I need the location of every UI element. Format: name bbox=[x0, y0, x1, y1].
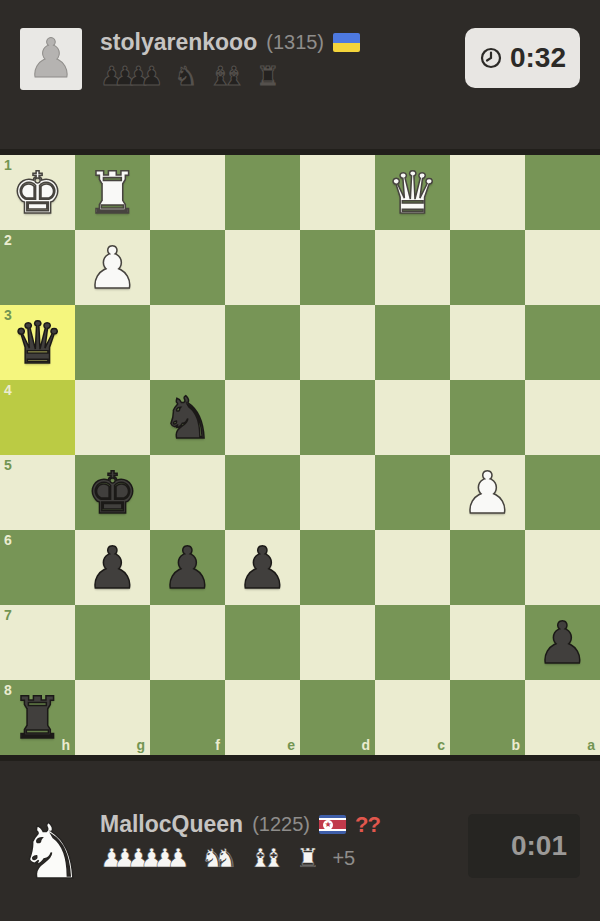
material-advantage: +5 bbox=[332, 847, 355, 870]
square-d5[interactable] bbox=[300, 455, 375, 530]
ukraine-flag-icon bbox=[333, 33, 360, 52]
top-player-captured-pieces: ♟♟♟♟♞♝♝♜ bbox=[100, 63, 465, 89]
square-e4[interactable] bbox=[225, 380, 300, 455]
square-h3[interactable]: 3♛ bbox=[0, 305, 75, 380]
square-b3[interactable] bbox=[450, 305, 525, 380]
square-f4[interactable]: ♞ bbox=[150, 380, 225, 455]
bottom-player-captured-pieces: ♟♟♟♟♟♟♞♞♝♝♜+5 bbox=[100, 845, 468, 871]
top-clock-time: 0:32 bbox=[510, 42, 566, 74]
square-c8[interactable]: c bbox=[375, 680, 450, 755]
captured-black-pawn-icon: ♟ bbox=[140, 63, 163, 89]
square-b2[interactable] bbox=[450, 230, 525, 305]
rank-label-2: 2 bbox=[4, 232, 12, 248]
square-h1[interactable]: 1♚ bbox=[0, 155, 75, 230]
white-pawn[interactable]: ♟ bbox=[75, 230, 150, 305]
square-a5[interactable] bbox=[525, 455, 600, 530]
bottom-player-username[interactable]: MallocQueen bbox=[100, 811, 243, 838]
square-f8[interactable]: f bbox=[150, 680, 225, 755]
captured-white-bishop-icon: ♝ bbox=[262, 845, 285, 871]
black-pawn[interactable]: ♟ bbox=[225, 530, 300, 605]
file-label-a: a bbox=[587, 737, 595, 753]
square-c7[interactable] bbox=[375, 605, 450, 680]
square-b1[interactable] bbox=[450, 155, 525, 230]
square-g7[interactable] bbox=[75, 605, 150, 680]
black-knight[interactable]: ♞ bbox=[150, 380, 225, 455]
square-a2[interactable] bbox=[525, 230, 600, 305]
square-g5[interactable]: ♚ bbox=[75, 455, 150, 530]
square-e5[interactable] bbox=[225, 455, 300, 530]
file-label-c: c bbox=[437, 737, 445, 753]
captured-white-knight-icon: ♞ bbox=[214, 845, 237, 871]
captured-white-rook-icon: ♜ bbox=[296, 845, 319, 871]
square-d2[interactable] bbox=[300, 230, 375, 305]
square-h7[interactable]: 7 bbox=[0, 605, 75, 680]
square-d7[interactable] bbox=[300, 605, 375, 680]
square-e8[interactable]: e bbox=[225, 680, 300, 755]
square-d1[interactable] bbox=[300, 155, 375, 230]
black-queen[interactable]: ♛ bbox=[0, 305, 75, 380]
white-king[interactable]: ♚ bbox=[0, 155, 75, 230]
square-g1[interactable]: ♜ bbox=[75, 155, 150, 230]
square-b6[interactable] bbox=[450, 530, 525, 605]
top-player-info: stolyarenkooo (1315) ♟♟♟♟♞♝♝♜ bbox=[100, 28, 465, 89]
captured-white-bishop-group: ♝♝ bbox=[249, 845, 286, 871]
top-player-avatar[interactable]: ♟ bbox=[20, 28, 82, 90]
square-a3[interactable] bbox=[525, 305, 600, 380]
top-player-clock: 0:32 bbox=[465, 28, 580, 88]
file-label-g: g bbox=[136, 737, 145, 753]
square-e1[interactable] bbox=[225, 155, 300, 230]
top-player-rating: (1315) bbox=[266, 31, 324, 54]
chess-game-screen: ♟ stolyarenkooo (1315) ♟♟♟♟♞♝♝♜ 0:32 1♚♜… bbox=[0, 0, 600, 921]
square-f2[interactable] bbox=[150, 230, 225, 305]
captured-white-pawn-group: ♟♟♟♟♟♟ bbox=[100, 845, 190, 871]
square-e6[interactable]: ♟ bbox=[225, 530, 300, 605]
rank-label-7: 7 bbox=[4, 607, 12, 623]
rank-label-5: 5 bbox=[4, 457, 12, 473]
square-d3[interactable] bbox=[300, 305, 375, 380]
white-pawn-avatar-icon: ♟ bbox=[27, 32, 75, 86]
bottom-clock-time: 0:01 bbox=[511, 830, 567, 862]
square-a1[interactable] bbox=[525, 155, 600, 230]
bottom-player-bar: ♞ MallocQueen (1225) ★ ?? ♟♟♟♟♟♟♞♞♝♝♜+5 … bbox=[20, 810, 580, 894]
square-g6[interactable]: ♟ bbox=[75, 530, 150, 605]
square-e7[interactable] bbox=[225, 605, 300, 680]
rank-label-4: 4 bbox=[4, 382, 12, 398]
square-f7[interactable] bbox=[150, 605, 225, 680]
captured-black-pawn-group: ♟♟♟♟ bbox=[100, 63, 163, 89]
square-a4[interactable] bbox=[525, 380, 600, 455]
square-h2[interactable]: 2 bbox=[0, 230, 75, 305]
north-korea-flag-icon: ★ bbox=[319, 815, 346, 834]
file-label-e: e bbox=[287, 737, 295, 753]
clock-icon bbox=[479, 46, 503, 70]
square-c2[interactable] bbox=[375, 230, 450, 305]
square-c4[interactable] bbox=[375, 380, 450, 455]
square-a6[interactable] bbox=[525, 530, 600, 605]
white-knight-avatar-icon: ♞ bbox=[17, 814, 85, 890]
square-h8[interactable]: 8h♜ bbox=[0, 680, 75, 755]
top-player-username[interactable]: stolyarenkooo bbox=[100, 29, 257, 56]
captured-white-rook-group: ♜ bbox=[296, 845, 319, 871]
square-b8[interactable]: b bbox=[450, 680, 525, 755]
blunder-annotation: ?? bbox=[355, 812, 380, 838]
square-b4[interactable] bbox=[450, 380, 525, 455]
square-h6[interactable]: 6 bbox=[0, 530, 75, 605]
file-label-f: f bbox=[215, 737, 220, 753]
square-c3[interactable] bbox=[375, 305, 450, 380]
captured-black-bishop-icon: ♝ bbox=[222, 63, 245, 89]
square-g3[interactable] bbox=[75, 305, 150, 380]
chess-board: 1♚♜♛2♟3♛4♞5♚♟6♟♟♟7♟8h♜gfedcba bbox=[0, 149, 600, 761]
captured-white-pawn-icon: ♟ bbox=[167, 845, 190, 871]
captured-black-rook-group: ♜ bbox=[256, 63, 279, 89]
square-b5[interactable]: ♟ bbox=[450, 455, 525, 530]
square-g8[interactable]: g bbox=[75, 680, 150, 755]
square-g2[interactable]: ♟ bbox=[75, 230, 150, 305]
square-e2[interactable] bbox=[225, 230, 300, 305]
square-d6[interactable] bbox=[300, 530, 375, 605]
white-rook[interactable]: ♜ bbox=[75, 155, 150, 230]
black-pawn[interactable]: ♟ bbox=[525, 605, 600, 680]
square-d8[interactable]: d bbox=[300, 680, 375, 755]
square-c1[interactable]: ♛ bbox=[375, 155, 450, 230]
square-e3[interactable] bbox=[225, 305, 300, 380]
bottom-player-clock: 0:01 bbox=[468, 814, 580, 878]
black-rook[interactable]: ♜ bbox=[0, 680, 75, 755]
square-d4[interactable] bbox=[300, 380, 375, 455]
square-h5[interactable]: 5 bbox=[0, 455, 75, 530]
square-h4[interactable]: 4 bbox=[0, 380, 75, 455]
bottom-player-info: MallocQueen (1225) ★ ?? ♟♟♟♟♟♟♞♞♝♝♜+5 bbox=[100, 810, 468, 871]
white-pawn[interactable]: ♟ bbox=[450, 455, 525, 530]
rank-label-6: 6 bbox=[4, 532, 12, 548]
captured-black-knight-group: ♞ bbox=[174, 63, 197, 89]
file-label-b: b bbox=[511, 737, 520, 753]
captured-black-knight-icon: ♞ bbox=[174, 63, 197, 89]
top-player-bar: ♟ stolyarenkooo (1315) ♟♟♟♟♞♝♝♜ 0:32 bbox=[20, 28, 580, 90]
square-f1[interactable] bbox=[150, 155, 225, 230]
square-g4[interactable] bbox=[75, 380, 150, 455]
captured-black-rook-icon: ♜ bbox=[256, 63, 279, 89]
square-a7[interactable]: ♟ bbox=[525, 605, 600, 680]
black-pawn[interactable]: ♟ bbox=[75, 530, 150, 605]
square-f5[interactable] bbox=[150, 455, 225, 530]
black-pawn[interactable]: ♟ bbox=[150, 530, 225, 605]
captured-black-bishop-group: ♝♝ bbox=[209, 63, 246, 89]
square-c5[interactable] bbox=[375, 455, 450, 530]
square-a8[interactable]: a bbox=[525, 680, 600, 755]
square-c6[interactable] bbox=[375, 530, 450, 605]
square-f3[interactable] bbox=[150, 305, 225, 380]
white-queen[interactable]: ♛ bbox=[375, 155, 450, 230]
bottom-player-avatar[interactable]: ♞ bbox=[20, 810, 82, 894]
captured-white-knight-group: ♞♞ bbox=[201, 845, 238, 871]
bottom-player-rating: (1225) bbox=[252, 813, 310, 836]
file-label-d: d bbox=[361, 737, 370, 753]
square-f6[interactable]: ♟ bbox=[150, 530, 225, 605]
square-b7[interactable] bbox=[450, 605, 525, 680]
black-king[interactable]: ♚ bbox=[75, 455, 150, 530]
